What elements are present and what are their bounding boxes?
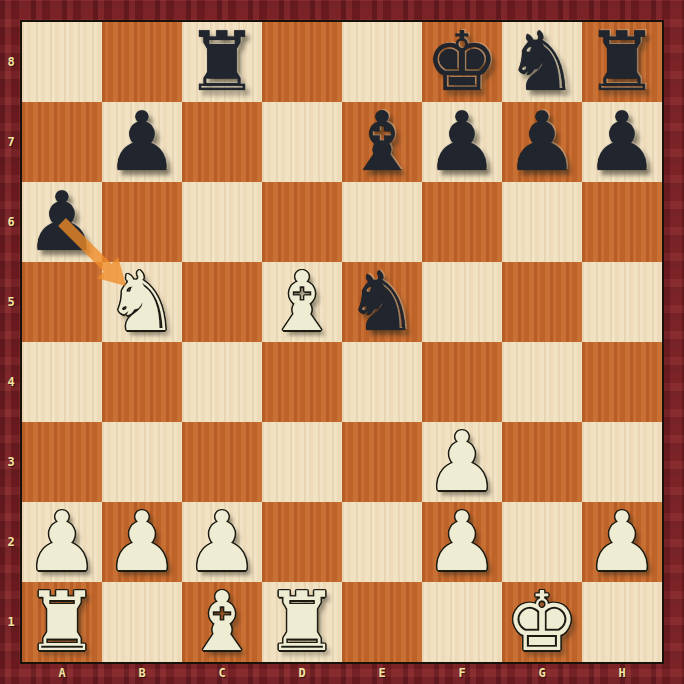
file-label-f: F	[422, 662, 502, 684]
square-f5[interactable]	[422, 262, 502, 342]
square-f1[interactable]	[422, 582, 502, 662]
square-d3[interactable]	[262, 422, 342, 502]
square-c5[interactable]	[182, 262, 262, 342]
square-a7[interactable]	[22, 102, 102, 182]
square-e1[interactable]	[342, 582, 422, 662]
file-label-h: H	[582, 662, 662, 684]
board-frame: 87654321 ABCDEFGH ♜♚♞♜♟♝♟♟♟♟♞♝♞♟♟♟♟♟♟♜♝♜…	[0, 0, 684, 684]
rank-label-1: 1	[0, 582, 22, 662]
piece-white-pawn-h2[interactable]: ♟	[585, 502, 659, 582]
square-c3[interactable]	[182, 422, 262, 502]
piece-white-pawn-c2[interactable]: ♟	[185, 502, 259, 582]
square-h2[interactable]: ♟	[582, 502, 662, 582]
square-h4[interactable]	[582, 342, 662, 422]
square-c6[interactable]	[182, 182, 262, 262]
square-a1[interactable]: ♜	[22, 582, 102, 662]
piece-white-rook-a1[interactable]: ♜	[25, 582, 99, 662]
rank-label-6: 6	[0, 182, 22, 262]
rank-label-3: 3	[0, 422, 22, 502]
square-d1[interactable]: ♜	[262, 582, 342, 662]
square-e4[interactable]	[342, 342, 422, 422]
piece-black-pawn-h7[interactable]: ♟	[585, 102, 659, 182]
square-d8[interactable]	[262, 22, 342, 102]
square-g1[interactable]: ♚	[502, 582, 582, 662]
square-b6[interactable]	[102, 182, 182, 262]
square-b4[interactable]	[102, 342, 182, 422]
square-h8[interactable]: ♜	[582, 22, 662, 102]
piece-white-rook-d1[interactable]: ♜	[265, 582, 339, 662]
piece-white-bishop-c1[interactable]: ♝	[185, 582, 259, 662]
square-f2[interactable]: ♟	[422, 502, 502, 582]
square-c7[interactable]	[182, 102, 262, 182]
square-d5[interactable]: ♝	[262, 262, 342, 342]
square-h3[interactable]	[582, 422, 662, 502]
square-f8[interactable]: ♚	[422, 22, 502, 102]
piece-black-pawn-g7[interactable]: ♟	[505, 102, 579, 182]
square-a6[interactable]: ♟	[22, 182, 102, 262]
square-h6[interactable]	[582, 182, 662, 262]
square-b8[interactable]	[102, 22, 182, 102]
rank-label-8: 8	[0, 22, 22, 102]
file-label-b: B	[102, 662, 182, 684]
square-g6[interactable]	[502, 182, 582, 262]
square-g7[interactable]: ♟	[502, 102, 582, 182]
square-d7[interactable]	[262, 102, 342, 182]
square-f7[interactable]: ♟	[422, 102, 502, 182]
piece-black-rook-c8[interactable]: ♜	[185, 22, 259, 102]
square-e7[interactable]: ♝	[342, 102, 422, 182]
square-f6[interactable]	[422, 182, 502, 262]
piece-black-king-f8[interactable]: ♚	[425, 22, 499, 102]
square-b3[interactable]	[102, 422, 182, 502]
square-a5[interactable]	[22, 262, 102, 342]
square-b1[interactable]	[102, 582, 182, 662]
square-e8[interactable]	[342, 22, 422, 102]
piece-black-pawn-b7[interactable]: ♟	[105, 102, 179, 182]
square-b2[interactable]: ♟	[102, 502, 182, 582]
piece-black-bishop-e7[interactable]: ♝	[345, 102, 419, 182]
rank-label-5: 5	[0, 262, 22, 342]
square-h5[interactable]	[582, 262, 662, 342]
piece-black-rook-h8[interactable]: ♜	[585, 22, 659, 102]
file-label-e: E	[342, 662, 422, 684]
square-e2[interactable]	[342, 502, 422, 582]
square-g8[interactable]: ♞	[502, 22, 582, 102]
square-c4[interactable]	[182, 342, 262, 422]
square-a8[interactable]	[22, 22, 102, 102]
square-d6[interactable]	[262, 182, 342, 262]
piece-black-pawn-f7[interactable]: ♟	[425, 102, 499, 182]
rank-labels: 87654321	[0, 22, 22, 662]
square-e5[interactable]: ♞	[342, 262, 422, 342]
square-a4[interactable]	[22, 342, 102, 422]
square-c2[interactable]: ♟	[182, 502, 262, 582]
square-e3[interactable]	[342, 422, 422, 502]
square-c1[interactable]: ♝	[182, 582, 262, 662]
square-d2[interactable]	[262, 502, 342, 582]
rank-label-4: 4	[0, 342, 22, 422]
piece-white-king-g1[interactable]: ♚	[505, 582, 579, 662]
square-c8[interactable]: ♜	[182, 22, 262, 102]
square-g4[interactable]	[502, 342, 582, 422]
square-h7[interactable]: ♟	[582, 102, 662, 182]
piece-white-knight-b5[interactable]: ♞	[105, 262, 179, 342]
piece-white-bishop-d5[interactable]: ♝	[265, 262, 339, 342]
piece-white-pawn-b2[interactable]: ♟	[105, 502, 179, 582]
piece-white-pawn-f2[interactable]: ♟	[425, 502, 499, 582]
square-b7[interactable]: ♟	[102, 102, 182, 182]
square-a2[interactable]: ♟	[22, 502, 102, 582]
piece-white-pawn-f3[interactable]: ♟	[425, 422, 499, 502]
square-h1[interactable]	[582, 582, 662, 662]
square-g3[interactable]	[502, 422, 582, 502]
square-g5[interactable]	[502, 262, 582, 342]
square-e6[interactable]	[342, 182, 422, 262]
square-b5[interactable]: ♞	[102, 262, 182, 342]
chess-board[interactable]: ♜♚♞♜♟♝♟♟♟♟♞♝♞♟♟♟♟♟♟♜♝♜♚	[22, 22, 662, 662]
square-d4[interactable]	[262, 342, 342, 422]
piece-black-knight-e5[interactable]: ♞	[345, 262, 419, 342]
square-f4[interactable]	[422, 342, 502, 422]
square-g2[interactable]	[502, 502, 582, 582]
piece-white-pawn-a2[interactable]: ♟	[25, 502, 99, 582]
rank-label-7: 7	[0, 102, 22, 182]
piece-black-pawn-a6[interactable]: ♟	[25, 182, 99, 262]
square-f3[interactable]: ♟	[422, 422, 502, 502]
piece-black-knight-g8[interactable]: ♞	[505, 22, 579, 102]
rank-label-2: 2	[0, 502, 22, 582]
square-a3[interactable]	[22, 422, 102, 502]
